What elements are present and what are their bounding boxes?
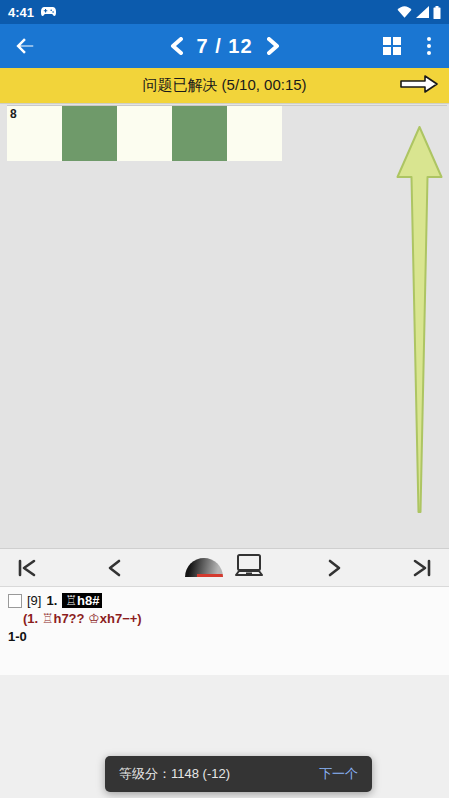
puzzle-list-button[interactable] (383, 37, 401, 55)
go-first-button[interactable] (10, 553, 44, 583)
game-result: 1-0 (8, 629, 441, 644)
next-arrow-icon[interactable] (399, 73, 439, 99)
prev-puzzle-button[interactable] (168, 37, 182, 55)
next-button[interactable]: 下一个 (319, 765, 358, 783)
go-last-button[interactable] (405, 553, 439, 583)
status-bar: 4:41 (0, 0, 449, 24)
move-number: 1. (46, 593, 57, 608)
rating-snackbar: 等级分：1148 (-12) 下一个 (105, 756, 372, 792)
variation-line[interactable]: (1. ♖h7?? ♔xh7−+) (23, 611, 441, 626)
rating-label: 等级分：1148 (-12) (119, 765, 230, 783)
wifi-icon (397, 6, 412, 18)
square-c8[interactable] (117, 106, 172, 161)
solved-banner-text: 问题已解决 (5/10, 00:15) (142, 76, 306, 95)
gamepad-icon (41, 5, 56, 20)
battery-icon (433, 6, 441, 19)
square-a8[interactable]: 8 (7, 106, 62, 161)
solved-banner: 问题已解决 (5/10, 00:15) (0, 68, 449, 104)
notation-panel: [9] 1. ♖h8# (1. ♖h7?? ♔xh7−+) 1-0 (0, 587, 449, 675)
overflow-menu-button[interactable] (423, 35, 435, 57)
app-screen: 4:41 7 / 12 (0, 0, 449, 798)
engine-dome-icon[interactable] (185, 558, 223, 577)
board-frame: 8 (0, 104, 449, 548)
app-bar: 7 / 12 (0, 24, 449, 68)
status-time: 4:41 (8, 5, 34, 20)
go-previous-button[interactable] (97, 553, 131, 583)
square-d8[interactable] (172, 106, 227, 161)
square-e8[interactable] (227, 106, 282, 161)
signal-icon (416, 6, 429, 18)
main-move[interactable]: ♖h8# (62, 593, 102, 608)
move-checkbox[interactable] (8, 594, 22, 608)
chess-board[interactable]: 8 (7, 105, 447, 546)
go-next-button[interactable] (318, 553, 352, 583)
next-puzzle-button[interactable] (267, 37, 281, 55)
page-title: 7 / 12 (196, 35, 252, 58)
back-button[interactable] (14, 31, 44, 61)
puzzle-weight: [9] (27, 593, 41, 608)
rank-label-8: 8 (10, 107, 17, 121)
square-b8[interactable] (62, 106, 117, 161)
computer-analysis-icon[interactable] (233, 553, 265, 583)
move-toolbar (0, 548, 449, 587)
